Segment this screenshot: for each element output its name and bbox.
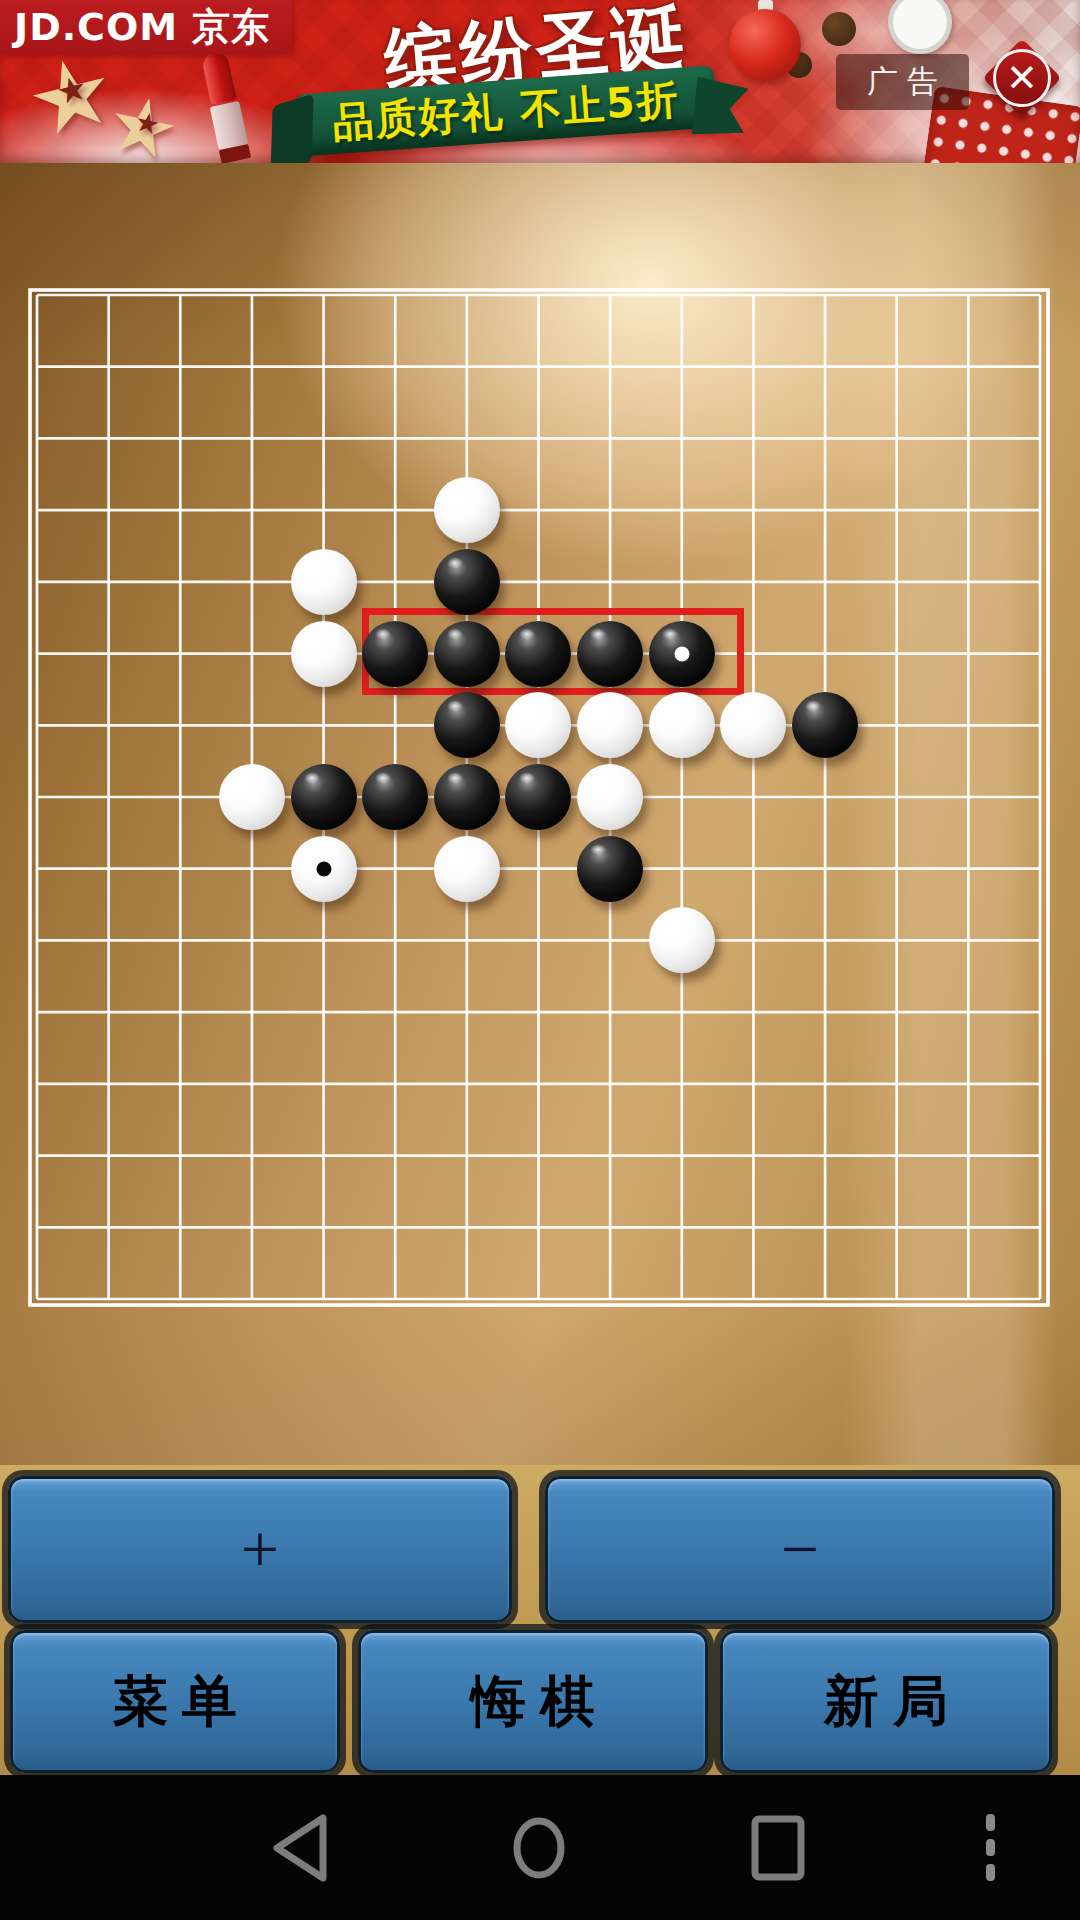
recents-icon <box>748 1811 808 1885</box>
white-stone <box>219 764 285 830</box>
stones-layer <box>28 288 1050 1307</box>
menu-label: 菜单 <box>99 1665 251 1739</box>
jd-logo: JD.COM 京东 <box>0 0 292 54</box>
screen: ★★ ★★ JD.COM 京东 缤纷圣诞 品质好礼 不止5折 广告 ✕ <box>0 0 1080 1920</box>
black-stone <box>505 621 571 687</box>
white-stone <box>720 692 786 758</box>
white-stone <box>505 692 571 758</box>
back-button[interactable] <box>240 1775 360 1920</box>
home-icon <box>509 1811 569 1885</box>
last-move-marker <box>316 861 331 876</box>
gomoku-board[interactable] <box>28 288 1050 1307</box>
black-stone <box>291 764 357 830</box>
menu-button[interactable]: 菜单 <box>10 1630 340 1773</box>
back-icon <box>269 1811 331 1885</box>
black-stone <box>577 836 643 902</box>
white-stone <box>649 692 715 758</box>
close-ad-button[interactable]: ✕ <box>986 42 1058 114</box>
button-panel: + − 菜单 悔棋 新局 <box>0 1465 1080 1775</box>
zoom-in-button[interactable]: + <box>8 1476 512 1623</box>
ad-banner[interactable]: ★★ ★★ JD.COM 京东 缤纷圣诞 品质好礼 不止5折 广告 ✕ <box>0 0 1080 163</box>
pinecone-icon <box>822 12 856 46</box>
black-stone <box>434 549 500 615</box>
undo-move-button[interactable]: 悔棋 <box>358 1630 708 1773</box>
black-stone <box>434 621 500 687</box>
white-stone <box>577 764 643 830</box>
new-game-label: 新局 <box>810 1665 962 1739</box>
more-icon <box>975 1808 1005 1888</box>
recents-button[interactable] <box>718 1775 838 1920</box>
lipstick-bullet <box>201 50 237 104</box>
white-stone <box>577 692 643 758</box>
cookie-star-center: ★ <box>132 105 163 142</box>
black-stone <box>649 621 715 687</box>
more-button[interactable] <box>950 1775 1030 1920</box>
white-stone <box>434 477 500 543</box>
ad-label: 广告 <box>836 54 969 110</box>
close-icon: ✕ <box>986 42 1058 114</box>
black-stone <box>577 621 643 687</box>
watch-decoration <box>888 0 952 54</box>
lipstick-decoration <box>197 50 253 163</box>
cookie-star-center: ★ <box>52 67 91 113</box>
zoom-out-button[interactable]: − <box>545 1476 1055 1623</box>
white-stone <box>291 836 357 902</box>
white-stone <box>291 621 357 687</box>
banner-ribbon: 品质好礼 不止5折 <box>294 65 717 156</box>
black-stone <box>505 764 571 830</box>
minus-label: − <box>781 1510 819 1589</box>
last-move-marker <box>674 646 689 661</box>
plus-label: + <box>241 1510 279 1589</box>
black-stone <box>434 764 500 830</box>
white-stone <box>291 549 357 615</box>
undo-label: 悔棋 <box>457 1665 609 1739</box>
black-stone <box>362 764 428 830</box>
android-navbar <box>0 1775 1080 1920</box>
white-stone <box>649 907 715 973</box>
home-button[interactable] <box>479 1775 599 1920</box>
white-stone <box>434 836 500 902</box>
lipstick-case <box>210 101 248 150</box>
black-stone <box>362 621 428 687</box>
black-stone <box>792 692 858 758</box>
new-game-button[interactable]: 新局 <box>720 1630 1052 1773</box>
black-stone <box>434 692 500 758</box>
christmas-ornament-icon <box>729 9 801 81</box>
